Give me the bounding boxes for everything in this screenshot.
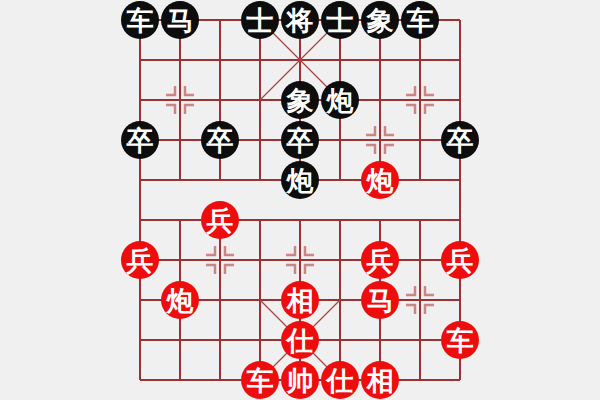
piece-red-soldier[interactable]: 兵	[201, 201, 239, 239]
piece-red-general[interactable]: 帅	[281, 361, 319, 399]
piece-red-advisor[interactable]: 仕	[321, 361, 359, 399]
screenshot-stage: 车马士将士象车象炮卒卒卒卒炮炮兵兵兵兵炮相马仕车车帅仕相	[0, 0, 600, 400]
xiangqi-board[interactable]: 车马士将士象车象炮卒卒卒卒炮炮兵兵兵兵炮相马仕车车帅仕相	[120, 0, 480, 400]
piece-red-cannon[interactable]: 炮	[361, 161, 399, 199]
piece-black-chariot[interactable]: 车	[121, 1, 159, 39]
piece-red-soldier[interactable]: 兵	[441, 241, 479, 279]
piece-black-cannon[interactable]: 炮	[281, 161, 319, 199]
piece-black-chariot[interactable]: 车	[401, 1, 439, 39]
piece-black-soldier[interactable]: 卒	[441, 121, 479, 159]
piece-red-elephant[interactable]: 相	[361, 361, 399, 399]
piece-black-cannon[interactable]: 炮	[321, 81, 359, 119]
piece-red-soldier[interactable]: 兵	[361, 241, 399, 279]
piece-red-elephant[interactable]: 相	[281, 281, 319, 319]
piece-red-soldier[interactable]: 兵	[121, 241, 159, 279]
piece-red-cannon[interactable]: 炮	[161, 281, 199, 319]
piece-black-soldier[interactable]: 卒	[201, 121, 239, 159]
piece-red-advisor[interactable]: 仕	[281, 321, 319, 359]
piece-black-advisor[interactable]: 士	[321, 1, 359, 39]
piece-red-chariot[interactable]: 车	[241, 361, 279, 399]
piece-black-horse[interactable]: 马	[161, 1, 199, 39]
piece-red-horse[interactable]: 马	[361, 281, 399, 319]
pieces-layer: 车马士将士象车象炮卒卒卒卒炮炮兵兵兵兵炮相马仕车车帅仕相	[120, 0, 480, 400]
piece-black-soldier[interactable]: 卒	[121, 121, 159, 159]
piece-black-advisor[interactable]: 士	[241, 1, 279, 39]
piece-black-general[interactable]: 将	[281, 1, 319, 39]
piece-black-elephant[interactable]: 象	[281, 81, 319, 119]
piece-black-soldier[interactable]: 卒	[281, 121, 319, 159]
piece-black-elephant[interactable]: 象	[361, 1, 399, 39]
piece-red-chariot[interactable]: 车	[441, 321, 479, 359]
